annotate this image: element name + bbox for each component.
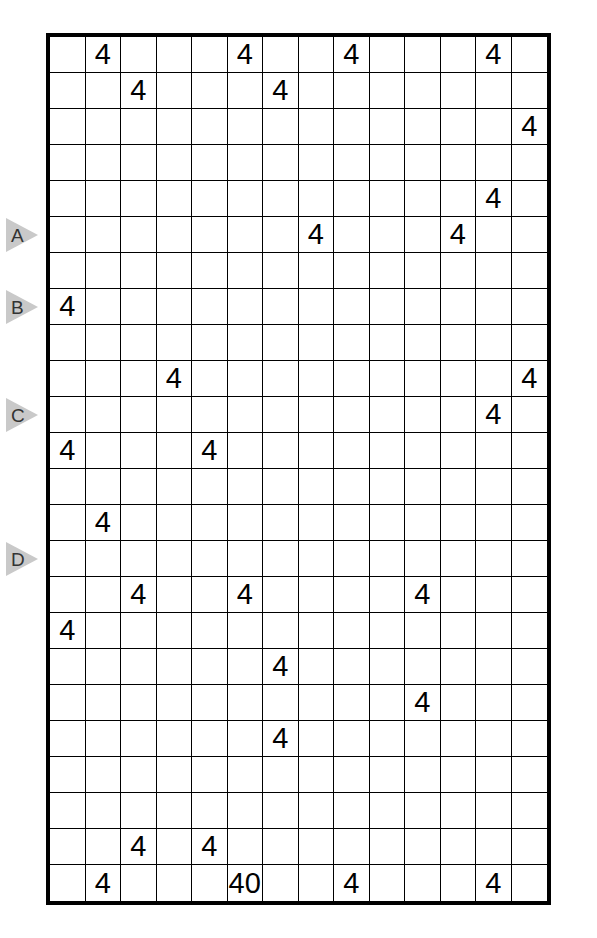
grid-cell-r8c6[interactable] <box>228 289 264 325</box>
grid-cell-r22c14[interactable] <box>512 793 548 829</box>
grid-cell-r16c5[interactable] <box>192 577 228 613</box>
grid-cell-r9c14[interactable] <box>512 325 548 361</box>
grid-cell-r21c11[interactable] <box>405 757 441 793</box>
grid-cell-r10c9[interactable] <box>334 361 370 397</box>
grid-cell-r2c4[interactable] <box>157 73 193 109</box>
grid-cell-r16c9[interactable] <box>334 577 370 613</box>
grid-cell-r11c7[interactable] <box>263 397 299 433</box>
grid-cell-r17c3[interactable] <box>121 613 157 649</box>
grid-cell-r10c8[interactable] <box>299 361 335 397</box>
grid-cell-r12c9[interactable] <box>334 433 370 469</box>
grid-cell-r15c12[interactable] <box>441 541 477 577</box>
grid-cell-r5c3[interactable] <box>121 181 157 217</box>
grid-cell-r1c10[interactable] <box>370 37 406 73</box>
grid-cell-r9c6[interactable] <box>228 325 264 361</box>
grid-cell-r24c4[interactable] <box>157 865 193 901</box>
grid-cell-r20c2[interactable] <box>86 721 122 757</box>
grid-cell-r21c8[interactable] <box>299 757 335 793</box>
grid-cell-r23c7[interactable] <box>263 829 299 865</box>
grid-cell-r21c7[interactable] <box>263 757 299 793</box>
grid-cell-r11c5[interactable] <box>192 397 228 433</box>
grid-cell-r14c8[interactable] <box>299 505 335 541</box>
grid-cell-r3c11[interactable] <box>405 109 441 145</box>
grid-cell-r15c4[interactable] <box>157 541 193 577</box>
grid-cell-r2c11[interactable] <box>405 73 441 109</box>
grid-cell-r2c9[interactable] <box>334 73 370 109</box>
grid-cell-r10c11[interactable] <box>405 361 441 397</box>
grid-cell-r10c12[interactable] <box>441 361 477 397</box>
grid-cell-r8c8[interactable] <box>299 289 335 325</box>
grid-cell-r4c13[interactable] <box>476 145 512 181</box>
grid-cell-r12c7[interactable] <box>263 433 299 469</box>
grid-cell-r17c9[interactable] <box>334 613 370 649</box>
grid-cell-r17c11[interactable] <box>405 613 441 649</box>
grid-cell-r19c10[interactable] <box>370 685 406 721</box>
grid-cell-r17c5[interactable] <box>192 613 228 649</box>
grid-cell-r21c13[interactable] <box>476 757 512 793</box>
grid-cell-r23c9[interactable] <box>334 829 370 865</box>
grid-cell-r4c10[interactable] <box>370 145 406 181</box>
grid-cell-r5c9[interactable] <box>334 181 370 217</box>
grid-cell-r1c3[interactable] <box>121 37 157 73</box>
grid-cell-r5c5[interactable] <box>192 181 228 217</box>
grid-cell-r20c1[interactable] <box>50 721 86 757</box>
grid-cell-r14c14[interactable] <box>512 505 548 541</box>
grid-cell-r8c10[interactable] <box>370 289 406 325</box>
grid-cell-r13c8[interactable] <box>299 469 335 505</box>
grid-cell-r2c6[interactable] <box>228 73 264 109</box>
grid-cell-r11c6[interactable] <box>228 397 264 433</box>
grid-cell-r12c2[interactable] <box>86 433 122 469</box>
grid-cell-r4c11[interactable] <box>405 145 441 181</box>
grid-cell-r3c2[interactable] <box>86 109 122 145</box>
grid-cell-r20c3[interactable] <box>121 721 157 757</box>
grid-cell-r13c4[interactable] <box>157 469 193 505</box>
grid-cell-r19c5[interactable] <box>192 685 228 721</box>
grid-cell-r4c7[interactable] <box>263 145 299 181</box>
grid-cell-r19c8[interactable] <box>299 685 335 721</box>
grid-cell-r23c14[interactable] <box>512 829 548 865</box>
grid-cell-r6c5[interactable] <box>192 217 228 253</box>
grid-cell-r11c1[interactable] <box>50 397 86 433</box>
grid-cell-r12c11[interactable] <box>405 433 441 469</box>
grid-cell-r2c5[interactable] <box>192 73 228 109</box>
grid-cell-r3c5[interactable] <box>192 109 228 145</box>
grid-cell-r13c10[interactable] <box>370 469 406 505</box>
grid-cell-r3c12[interactable] <box>441 109 477 145</box>
grid-cell-r21c5[interactable] <box>192 757 228 793</box>
grid-cell-r19c12[interactable] <box>441 685 477 721</box>
grid-cell-r6c4[interactable] <box>157 217 193 253</box>
grid-cell-r18c14[interactable] <box>512 649 548 685</box>
grid-cell-r11c12[interactable] <box>441 397 477 433</box>
grid-cell-r15c1[interactable] <box>50 541 86 577</box>
grid-cell-r20c6[interactable] <box>228 721 264 757</box>
grid-cell-r2c10[interactable] <box>370 73 406 109</box>
grid-cell-r6c3[interactable] <box>121 217 157 253</box>
grid-cell-r14c7[interactable] <box>263 505 299 541</box>
grid-cell-r1c4[interactable] <box>157 37 193 73</box>
grid-cell-r6c10[interactable] <box>370 217 406 253</box>
grid-cell-r21c1[interactable] <box>50 757 86 793</box>
grid-cell-r18c11[interactable] <box>405 649 441 685</box>
grid-cell-r12c6[interactable] <box>228 433 264 469</box>
grid-cell-r1c14[interactable] <box>512 37 548 73</box>
grid-cell-r23c13[interactable] <box>476 829 512 865</box>
grid-cell-r9c4[interactable] <box>157 325 193 361</box>
grid-cell-r17c12[interactable] <box>441 613 477 649</box>
grid-cell-r20c8[interactable] <box>299 721 335 757</box>
grid-cell-r17c10[interactable] <box>370 613 406 649</box>
grid-cell-r4c5[interactable] <box>192 145 228 181</box>
grid-cell-r10c1[interactable] <box>50 361 86 397</box>
grid-cell-r15c5[interactable] <box>192 541 228 577</box>
grid-cell-r5c7[interactable] <box>263 181 299 217</box>
grid-cell-r24c5[interactable] <box>192 865 228 901</box>
grid-cell-r16c14[interactable] <box>512 577 548 613</box>
grid-cell-r10c7[interactable] <box>263 361 299 397</box>
grid-cell-r1c1[interactable] <box>50 37 86 73</box>
grid-cell-r13c11[interactable] <box>405 469 441 505</box>
grid-cell-r19c9[interactable] <box>334 685 370 721</box>
grid-cell-r14c6[interactable] <box>228 505 264 541</box>
grid-cell-r18c8[interactable] <box>299 649 335 685</box>
grid-cell-r19c13[interactable] <box>476 685 512 721</box>
grid-cell-r24c3[interactable] <box>121 865 157 901</box>
grid-cell-r6c2[interactable] <box>86 217 122 253</box>
grid-cell-r9c7[interactable] <box>263 325 299 361</box>
grid-cell-r14c13[interactable] <box>476 505 512 541</box>
grid-cell-r5c4[interactable] <box>157 181 193 217</box>
grid-cell-r24c8[interactable] <box>299 865 335 901</box>
grid-cell-r22c4[interactable] <box>157 793 193 829</box>
grid-cell-r1c7[interactable] <box>263 37 299 73</box>
grid-cell-r8c13[interactable] <box>476 289 512 325</box>
grid-cell-r7c2[interactable] <box>86 253 122 289</box>
grid-cell-r20c9[interactable] <box>334 721 370 757</box>
grid-cell-r7c3[interactable] <box>121 253 157 289</box>
grid-cell-r2c14[interactable] <box>512 73 548 109</box>
grid-cell-r22c12[interactable] <box>441 793 477 829</box>
grid-cell-r5c10[interactable] <box>370 181 406 217</box>
grid-cell-r14c12[interactable] <box>441 505 477 541</box>
grid-cell-r5c6[interactable] <box>228 181 264 217</box>
grid-cell-r7c9[interactable] <box>334 253 370 289</box>
grid-cell-r21c14[interactable] <box>512 757 548 793</box>
grid-cell-r15c2[interactable] <box>86 541 122 577</box>
grid-cell-r7c13[interactable] <box>476 253 512 289</box>
grid-cell-r6c1[interactable] <box>50 217 86 253</box>
grid-cell-r10c6[interactable] <box>228 361 264 397</box>
grid-cell-r3c7[interactable] <box>263 109 299 145</box>
grid-cell-r21c6[interactable] <box>228 757 264 793</box>
grid-cell-r10c13[interactable] <box>476 361 512 397</box>
grid-cell-r19c6[interactable] <box>228 685 264 721</box>
grid-cell-r18c9[interactable] <box>334 649 370 685</box>
grid-cell-r11c4[interactable] <box>157 397 193 433</box>
grid-cell-r18c10[interactable] <box>370 649 406 685</box>
grid-cell-r22c10[interactable] <box>370 793 406 829</box>
grid-cell-r5c11[interactable] <box>405 181 441 217</box>
grid-cell-r9c11[interactable] <box>405 325 441 361</box>
grid-cell-r22c8[interactable] <box>299 793 335 829</box>
grid-cell-r13c5[interactable] <box>192 469 228 505</box>
grid-cell-r13c13[interactable] <box>476 469 512 505</box>
grid-cell-r13c1[interactable] <box>50 469 86 505</box>
grid-cell-r23c12[interactable] <box>441 829 477 865</box>
grid-cell-r9c8[interactable] <box>299 325 335 361</box>
grid-cell-r15c10[interactable] <box>370 541 406 577</box>
grid-cell-r24c1[interactable] <box>50 865 86 901</box>
grid-cell-r22c5[interactable] <box>192 793 228 829</box>
grid-cell-r2c2[interactable] <box>86 73 122 109</box>
grid-cell-r8c7[interactable] <box>263 289 299 325</box>
grid-cell-r22c7[interactable] <box>263 793 299 829</box>
grid-cell-r16c12[interactable] <box>441 577 477 613</box>
grid-cell-r11c14[interactable] <box>512 397 548 433</box>
grid-cell-r2c13[interactable] <box>476 73 512 109</box>
grid-cell-r21c12[interactable] <box>441 757 477 793</box>
grid-cell-r3c3[interactable] <box>121 109 157 145</box>
grid-cell-r5c8[interactable] <box>299 181 335 217</box>
grid-cell-r18c5[interactable] <box>192 649 228 685</box>
grid-cell-r15c9[interactable] <box>334 541 370 577</box>
grid-cell-r24c12[interactable] <box>441 865 477 901</box>
grid-cell-r17c2[interactable] <box>86 613 122 649</box>
grid-cell-r1c11[interactable] <box>405 37 441 73</box>
grid-cell-r15c13[interactable] <box>476 541 512 577</box>
grid-cell-r18c1[interactable] <box>50 649 86 685</box>
grid-cell-r11c10[interactable] <box>370 397 406 433</box>
grid-cell-r12c13[interactable] <box>476 433 512 469</box>
grid-cell-r9c13[interactable] <box>476 325 512 361</box>
grid-cell-r8c5[interactable] <box>192 289 228 325</box>
grid-cell-r8c14[interactable] <box>512 289 548 325</box>
grid-cell-r21c10[interactable] <box>370 757 406 793</box>
grid-cell-r8c11[interactable] <box>405 289 441 325</box>
grid-cell-r18c4[interactable] <box>157 649 193 685</box>
grid-cell-r19c7[interactable] <box>263 685 299 721</box>
grid-cell-r10c10[interactable] <box>370 361 406 397</box>
grid-cell-r9c3[interactable] <box>121 325 157 361</box>
grid-cell-r17c4[interactable] <box>157 613 193 649</box>
grid-cell-r22c3[interactable] <box>121 793 157 829</box>
grid-cell-r7c5[interactable] <box>192 253 228 289</box>
grid-cell-r4c14[interactable] <box>512 145 548 181</box>
grid-cell-r23c6[interactable] <box>228 829 264 865</box>
grid-cell-r4c2[interactable] <box>86 145 122 181</box>
grid-cell-r17c6[interactable] <box>228 613 264 649</box>
grid-cell-r22c1[interactable] <box>50 793 86 829</box>
grid-cell-r6c11[interactable] <box>405 217 441 253</box>
grid-cell-r21c9[interactable] <box>334 757 370 793</box>
grid-cell-r20c11[interactable] <box>405 721 441 757</box>
grid-cell-r20c13[interactable] <box>476 721 512 757</box>
grid-cell-r15c6[interactable] <box>228 541 264 577</box>
grid-cell-r7c11[interactable] <box>405 253 441 289</box>
grid-cell-r16c8[interactable] <box>299 577 335 613</box>
grid-cell-r20c12[interactable] <box>441 721 477 757</box>
grid-cell-r3c10[interactable] <box>370 109 406 145</box>
grid-cell-r13c2[interactable] <box>86 469 122 505</box>
grid-cell-r16c2[interactable] <box>86 577 122 613</box>
grid-cell-r16c4[interactable] <box>157 577 193 613</box>
grid-cell-r1c8[interactable] <box>299 37 335 73</box>
grid-cell-r23c1[interactable] <box>50 829 86 865</box>
grid-cell-r3c9[interactable] <box>334 109 370 145</box>
grid-cell-r13c6[interactable] <box>228 469 264 505</box>
grid-cell-r22c13[interactable] <box>476 793 512 829</box>
grid-cell-r7c4[interactable] <box>157 253 193 289</box>
grid-cell-r10c5[interactable] <box>192 361 228 397</box>
grid-cell-r6c13[interactable] <box>476 217 512 253</box>
grid-cell-r21c2[interactable] <box>86 757 122 793</box>
grid-cell-r23c2[interactable] <box>86 829 122 865</box>
grid-cell-r20c14[interactable] <box>512 721 548 757</box>
grid-cell-r9c5[interactable] <box>192 325 228 361</box>
grid-cell-r14c11[interactable] <box>405 505 441 541</box>
grid-cell-r12c8[interactable] <box>299 433 335 469</box>
grid-cell-r13c7[interactable] <box>263 469 299 505</box>
grid-cell-r23c8[interactable] <box>299 829 335 865</box>
grid-cell-r23c4[interactable] <box>157 829 193 865</box>
grid-cell-r18c13[interactable] <box>476 649 512 685</box>
grid-cell-r7c10[interactable] <box>370 253 406 289</box>
grid-cell-r9c1[interactable] <box>50 325 86 361</box>
grid-cell-r3c8[interactable] <box>299 109 335 145</box>
grid-cell-r6c7[interactable] <box>263 217 299 253</box>
grid-cell-r23c10[interactable] <box>370 829 406 865</box>
grid-cell-r8c2[interactable] <box>86 289 122 325</box>
grid-cell-r12c14[interactable] <box>512 433 548 469</box>
grid-cell-r17c8[interactable] <box>299 613 335 649</box>
grid-cell-r10c2[interactable] <box>86 361 122 397</box>
grid-cell-r15c11[interactable] <box>405 541 441 577</box>
grid-cell-r21c3[interactable] <box>121 757 157 793</box>
grid-cell-r12c3[interactable] <box>121 433 157 469</box>
grid-cell-r4c8[interactable] <box>299 145 335 181</box>
grid-cell-r7c6[interactable] <box>228 253 264 289</box>
grid-cell-r14c3[interactable] <box>121 505 157 541</box>
grid-cell-r14c10[interactable] <box>370 505 406 541</box>
grid-cell-r12c4[interactable] <box>157 433 193 469</box>
grid-cell-r5c12[interactable] <box>441 181 477 217</box>
grid-cell-r22c9[interactable] <box>334 793 370 829</box>
grid-cell-r8c12[interactable] <box>441 289 477 325</box>
grid-cell-r13c3[interactable] <box>121 469 157 505</box>
grid-cell-r13c14[interactable] <box>512 469 548 505</box>
grid-cell-r1c5[interactable] <box>192 37 228 73</box>
grid-cell-r6c14[interactable] <box>512 217 548 253</box>
grid-cell-r24c7[interactable] <box>263 865 299 901</box>
grid-cell-r22c2[interactable] <box>86 793 122 829</box>
grid-cell-r9c12[interactable] <box>441 325 477 361</box>
grid-cell-r12c12[interactable] <box>441 433 477 469</box>
grid-cell-r19c2[interactable] <box>86 685 122 721</box>
grid-cell-r3c4[interactable] <box>157 109 193 145</box>
grid-cell-r17c14[interactable] <box>512 613 548 649</box>
grid-cell-r15c14[interactable] <box>512 541 548 577</box>
grid-cell-r7c14[interactable] <box>512 253 548 289</box>
grid-cell-r9c10[interactable] <box>370 325 406 361</box>
grid-cell-r15c3[interactable] <box>121 541 157 577</box>
grid-cell-r16c7[interactable] <box>263 577 299 613</box>
grid-cell-r3c1[interactable] <box>50 109 86 145</box>
grid-cell-r18c3[interactable] <box>121 649 157 685</box>
grid-cell-r22c11[interactable] <box>405 793 441 829</box>
grid-cell-r10c3[interactable] <box>121 361 157 397</box>
grid-cell-r4c9[interactable] <box>334 145 370 181</box>
grid-cell-r4c4[interactable] <box>157 145 193 181</box>
grid-cell-r13c9[interactable] <box>334 469 370 505</box>
grid-cell-r4c3[interactable] <box>121 145 157 181</box>
grid-cell-r18c2[interactable] <box>86 649 122 685</box>
grid-cell-r21c4[interactable] <box>157 757 193 793</box>
grid-cell-r8c4[interactable] <box>157 289 193 325</box>
grid-cell-r19c4[interactable] <box>157 685 193 721</box>
grid-cell-r20c10[interactable] <box>370 721 406 757</box>
grid-cell-r3c6[interactable] <box>228 109 264 145</box>
grid-cell-r6c9[interactable] <box>334 217 370 253</box>
grid-cell-r4c1[interactable] <box>50 145 86 181</box>
grid-cell-r14c9[interactable] <box>334 505 370 541</box>
grid-cell-r9c2[interactable] <box>86 325 122 361</box>
grid-cell-r18c12[interactable] <box>441 649 477 685</box>
grid-cell-r7c8[interactable] <box>299 253 335 289</box>
grid-cell-r16c13[interactable] <box>476 577 512 613</box>
grid-cell-r19c3[interactable] <box>121 685 157 721</box>
grid-cell-r13c12[interactable] <box>441 469 477 505</box>
grid-cell-r24c10[interactable] <box>370 865 406 901</box>
grid-cell-r3c13[interactable] <box>476 109 512 145</box>
grid-cell-r2c1[interactable] <box>50 73 86 109</box>
grid-cell-r11c11[interactable] <box>405 397 441 433</box>
grid-cell-r7c1[interactable] <box>50 253 86 289</box>
grid-cell-r2c8[interactable] <box>299 73 335 109</box>
grid-cell-r5c2[interactable] <box>86 181 122 217</box>
grid-cell-r14c1[interactable] <box>50 505 86 541</box>
grid-cell-r24c11[interactable] <box>405 865 441 901</box>
grid-cell-r17c13[interactable] <box>476 613 512 649</box>
grid-cell-r12c10[interactable] <box>370 433 406 469</box>
grid-cell-r11c9[interactable] <box>334 397 370 433</box>
grid-cell-r5c14[interactable] <box>512 181 548 217</box>
grid-cell-r15c8[interactable] <box>299 541 335 577</box>
grid-cell-r14c5[interactable] <box>192 505 228 541</box>
grid-cell-r8c9[interactable] <box>334 289 370 325</box>
grid-cell-r16c10[interactable] <box>370 577 406 613</box>
grid-cell-r15c7[interactable] <box>263 541 299 577</box>
grid-cell-r9c9[interactable] <box>334 325 370 361</box>
grid-cell-r20c4[interactable] <box>157 721 193 757</box>
grid-cell-r7c7[interactable] <box>263 253 299 289</box>
grid-cell-r5c1[interactable] <box>50 181 86 217</box>
grid-cell-r19c14[interactable] <box>512 685 548 721</box>
grid-cell-r4c6[interactable] <box>228 145 264 181</box>
grid-cell-r19c1[interactable] <box>50 685 86 721</box>
grid-cell-r1c12[interactable] <box>441 37 477 73</box>
grid-cell-r8c3[interactable] <box>121 289 157 325</box>
grid-cell-r14c4[interactable] <box>157 505 193 541</box>
grid-cell-r6c6[interactable] <box>228 217 264 253</box>
grid-cell-r11c2[interactable] <box>86 397 122 433</box>
grid-cell-r7c12[interactable] <box>441 253 477 289</box>
grid-cell-r11c8[interactable] <box>299 397 335 433</box>
grid-cell-r20c5[interactable] <box>192 721 228 757</box>
grid-cell-r16c1[interactable] <box>50 577 86 613</box>
grid-cell-r18c6[interactable] <box>228 649 264 685</box>
grid-cell-r17c7[interactable] <box>263 613 299 649</box>
